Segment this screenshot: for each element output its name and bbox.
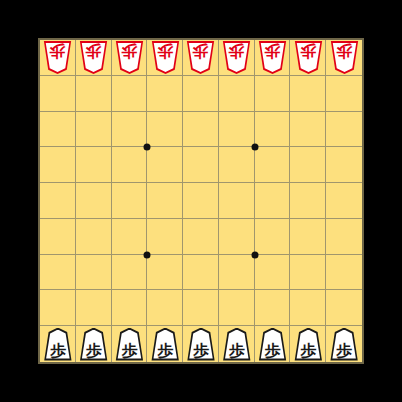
board-cell[interactable] — [290, 112, 326, 148]
piece-glyph: 歩 — [151, 343, 180, 359]
shogi-piece-gote-pawn[interactable]: 歩 — [294, 41, 323, 74]
board-cell[interactable]: 歩 — [76, 40, 112, 76]
board-cell[interactable]: 歩 — [40, 326, 76, 362]
board-cell[interactable]: 歩 — [112, 40, 148, 76]
board-cell[interactable] — [183, 290, 219, 326]
piece-glyph: 歩 — [151, 43, 180, 59]
board-cell[interactable]: 歩 — [326, 40, 362, 76]
board-cell[interactable] — [147, 255, 183, 291]
board-cell[interactable] — [40, 112, 76, 148]
star-point — [144, 144, 151, 151]
board-cell[interactable] — [76, 112, 112, 148]
board-cell[interactable] — [40, 255, 76, 291]
board-cell[interactable]: 歩 — [255, 326, 291, 362]
shogi-piece-sente-pawn[interactable]: 歩 — [330, 328, 359, 361]
board-cell[interactable] — [147, 112, 183, 148]
board-cell[interactable] — [112, 147, 148, 183]
shogi-piece-sente-pawn[interactable]: 歩 — [186, 328, 215, 361]
shogi-piece-gote-pawn[interactable]: 歩 — [330, 41, 359, 74]
board-cell[interactable] — [219, 290, 255, 326]
board-cell[interactable] — [290, 219, 326, 255]
board-cell[interactable] — [183, 112, 219, 148]
piece-glyph: 歩 — [43, 43, 72, 59]
star-point — [251, 251, 258, 258]
board-cell[interactable] — [290, 290, 326, 326]
board-cell[interactable]: 歩 — [183, 326, 219, 362]
piece-glyph: 歩 — [258, 343, 287, 359]
board-cell[interactable] — [112, 183, 148, 219]
shogi-piece-gote-pawn[interactable]: 歩 — [258, 41, 287, 74]
shogi-piece-sente-pawn[interactable]: 歩 — [258, 328, 287, 361]
board-cell[interactable] — [112, 290, 148, 326]
board-cell[interactable] — [255, 219, 291, 255]
board-cell[interactable] — [112, 112, 148, 148]
shogi-piece-gote-pawn[interactable]: 歩 — [222, 41, 251, 74]
board-cell[interactable] — [326, 290, 362, 326]
board-cell[interactable] — [147, 290, 183, 326]
shogi-piece-gote-pawn[interactable]: 歩 — [43, 41, 72, 74]
piece-glyph: 歩 — [330, 43, 359, 59]
board-cell[interactable] — [76, 255, 112, 291]
board-cell[interactable] — [326, 219, 362, 255]
board-cell[interactable] — [147, 183, 183, 219]
board-cell[interactable] — [183, 255, 219, 291]
board-cell[interactable]: 歩 — [40, 40, 76, 76]
piece-glyph: 歩 — [115, 43, 144, 59]
board-cell[interactable] — [326, 76, 362, 112]
board-cell[interactable] — [290, 76, 326, 112]
board-cell[interactable] — [112, 255, 148, 291]
shogi-piece-sente-pawn[interactable]: 歩 — [222, 328, 251, 361]
board-cell[interactable]: 歩 — [76, 326, 112, 362]
board-cell[interactable] — [76, 147, 112, 183]
board-cell[interactable] — [40, 147, 76, 183]
board-cell[interactable] — [40, 183, 76, 219]
piece-glyph: 歩 — [79, 43, 108, 59]
board-cell[interactable] — [183, 76, 219, 112]
board-cell[interactable]: 歩 — [219, 40, 255, 76]
piece-glyph: 歩 — [186, 343, 215, 359]
board-cell[interactable] — [76, 290, 112, 326]
board-cell[interactable]: 歩 — [183, 40, 219, 76]
board-cell[interactable] — [183, 183, 219, 219]
shogi-piece-gote-pawn[interactable]: 歩 — [186, 41, 215, 74]
board-cell[interactable] — [147, 219, 183, 255]
board-cell[interactable]: 歩 — [255, 40, 291, 76]
board-cell[interactable] — [76, 219, 112, 255]
board-cell[interactable] — [290, 183, 326, 219]
diagram-background: 歩歩歩歩歩歩歩歩歩歩歩歩歩歩歩歩歩歩 — [0, 0, 402, 402]
piece-glyph: 歩 — [115, 343, 144, 359]
board-cell[interactable] — [326, 147, 362, 183]
shogi-piece-sente-pawn[interactable]: 歩 — [43, 328, 72, 361]
board-cell[interactable] — [219, 76, 255, 112]
board-cell[interactable] — [76, 183, 112, 219]
piece-glyph: 歩 — [186, 43, 215, 59]
board-cell[interactable] — [255, 76, 291, 112]
board-cell[interactable] — [290, 255, 326, 291]
board-cell[interactable]: 歩 — [219, 326, 255, 362]
board-cell[interactable] — [219, 255, 255, 291]
board-cell[interactable]: 歩 — [147, 40, 183, 76]
board-cell[interactable] — [255, 147, 291, 183]
piece-glyph: 歩 — [294, 43, 323, 59]
piece-glyph: 歩 — [222, 43, 251, 59]
board-cell[interactable]: 歩 — [147, 326, 183, 362]
star-point — [144, 251, 151, 258]
board-cell[interactable]: 歩 — [290, 40, 326, 76]
board-grid: 歩歩歩歩歩歩歩歩歩歩歩歩歩歩歩歩歩歩 — [40, 40, 362, 362]
shogi-piece-sente-pawn[interactable]: 歩 — [79, 328, 108, 361]
piece-glyph: 歩 — [330, 343, 359, 359]
board-cell[interactable] — [255, 183, 291, 219]
board-cell[interactable]: 歩 — [112, 326, 148, 362]
board-cell[interactable] — [255, 255, 291, 291]
board-cell[interactable] — [290, 147, 326, 183]
board-cell[interactable] — [255, 112, 291, 148]
shogi-piece-gote-pawn[interactable]: 歩 — [79, 41, 108, 74]
board-cell[interactable] — [147, 147, 183, 183]
board-cell[interactable] — [112, 219, 148, 255]
shogi-piece-gote-pawn[interactable]: 歩 — [115, 41, 144, 74]
piece-glyph: 歩 — [79, 343, 108, 359]
piece-glyph: 歩 — [222, 343, 251, 359]
board-cell[interactable] — [219, 147, 255, 183]
board-cell[interactable]: 歩 — [326, 326, 362, 362]
shogi-board: 歩歩歩歩歩歩歩歩歩歩歩歩歩歩歩歩歩歩 — [38, 38, 364, 364]
board-cell[interactable] — [147, 76, 183, 112]
board-cell[interactable] — [255, 290, 291, 326]
piece-glyph: 歩 — [258, 43, 287, 59]
board-cell[interactable] — [40, 219, 76, 255]
board-cell[interactable] — [76, 76, 112, 112]
piece-glyph: 歩 — [43, 343, 72, 359]
board-cell[interactable] — [183, 147, 219, 183]
board-cell[interactable] — [40, 76, 76, 112]
board-cell[interactable] — [112, 76, 148, 112]
board-cell[interactable] — [326, 183, 362, 219]
board-cell[interactable] — [326, 255, 362, 291]
board-cell[interactable]: 歩 — [290, 326, 326, 362]
shogi-piece-gote-pawn[interactable]: 歩 — [151, 41, 180, 74]
shogi-piece-sente-pawn[interactable]: 歩 — [294, 328, 323, 361]
shogi-piece-sente-pawn[interactable]: 歩 — [151, 328, 180, 361]
board-cell[interactable] — [40, 290, 76, 326]
board-cell[interactable] — [219, 112, 255, 148]
shogi-piece-sente-pawn[interactable]: 歩 — [115, 328, 144, 361]
star-point — [251, 144, 258, 151]
board-cell[interactable] — [219, 219, 255, 255]
board-cell[interactable] — [219, 183, 255, 219]
board-cell[interactable] — [183, 219, 219, 255]
board-cell[interactable] — [326, 112, 362, 148]
piece-glyph: 歩 — [294, 343, 323, 359]
